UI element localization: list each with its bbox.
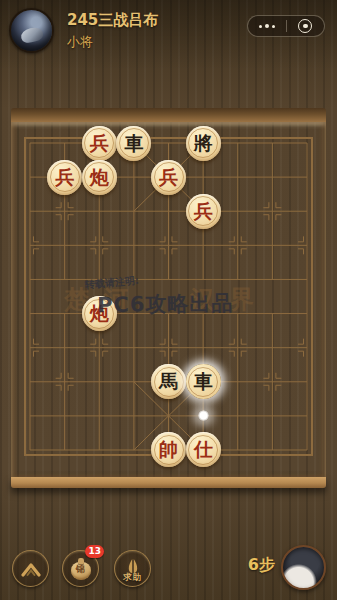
player-avatar[interactable] [9, 8, 54, 53]
level-rank-label: 小将 [67, 33, 93, 51]
piece-glyph: 仕 [194, 440, 213, 459]
piece-glyph: 車 [194, 372, 213, 391]
close-icon [298, 19, 312, 33]
app-screen: 245三战吕布 小将 楚河 汉界 兵車將兵炮兵兵炮馬車帥仕 转载请注明: PC6… [0, 0, 337, 600]
black-piece-車[interactable]: 車 [116, 126, 151, 161]
piece-glyph: 兵 [55, 168, 74, 187]
level-title: 245三战吕布 [67, 11, 158, 30]
piece-glyph: 將 [194, 134, 213, 153]
piece-glyph: 炮 [90, 168, 109, 187]
piece-glyph: 兵 [194, 202, 213, 221]
piece-glyph: 兵 [159, 168, 178, 187]
red-piece-兵[interactable]: 兵 [186, 194, 221, 229]
more-button[interactable] [248, 16, 286, 36]
help-button[interactable]: 求助 [114, 550, 151, 587]
chevron-up-icon [21, 561, 41, 577]
last-move-origin-marker [198, 410, 209, 421]
black-piece-將[interactable]: 將 [186, 126, 221, 161]
red-piece-兵[interactable]: 兵 [82, 126, 117, 161]
board-bottom-edge [11, 477, 326, 488]
red-piece-兵[interactable]: 兵 [47, 160, 82, 195]
piece-glyph: 車 [124, 134, 143, 153]
hint-bag-button[interactable]: 锦 13 [62, 550, 99, 587]
money-bag-icon: 锦 [69, 557, 93, 581]
piece-glyph: 兵 [90, 134, 109, 153]
opponent-avatar[interactable] [281, 545, 326, 590]
board-top-edge [11, 108, 326, 122]
red-piece-炮[interactable]: 炮 [82, 160, 117, 195]
hint-count-badge: 13 [85, 545, 104, 558]
red-piece-兵[interactable]: 兵 [151, 160, 186, 195]
red-piece-仕[interactable]: 仕 [186, 432, 221, 467]
help-label: 求助 [115, 572, 150, 584]
watermark-brand: PC6攻略出品 [97, 289, 234, 319]
more-icon [259, 24, 275, 29]
step-counter: 6步 [248, 555, 275, 576]
miniprogram-capsule [247, 15, 325, 37]
black-piece-車[interactable]: 車 [186, 364, 221, 399]
piece-glyph: 馬 [159, 372, 178, 391]
menu-button[interactable] [12, 550, 49, 587]
close-button[interactable] [287, 16, 325, 36]
piece-glyph: 帥 [159, 440, 178, 459]
